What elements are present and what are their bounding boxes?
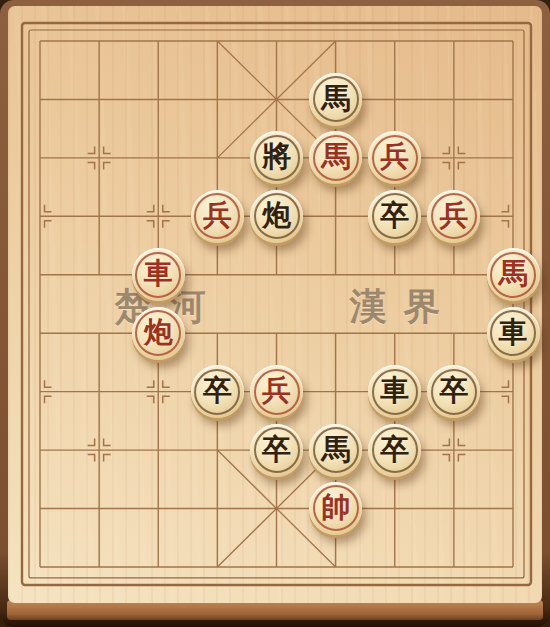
board-intersection: 兵	[188, 187, 247, 245]
piece-glyph: 卒	[380, 201, 409, 230]
piece-glyph: 車	[380, 376, 409, 405]
piece-glyph: 卒	[380, 435, 409, 464]
piece-glyph: 帥	[321, 493, 350, 522]
piece-glyph: 馬	[321, 84, 350, 113]
piece-black-horse[interactable]: 馬	[309, 73, 362, 126]
board-intersection: 卒	[188, 362, 247, 420]
piece-glyph: 卒	[262, 435, 291, 464]
piece-glyph: 車	[144, 259, 173, 288]
piece-black-soldier[interactable]: 卒	[368, 190, 421, 243]
piece-glyph: 馬	[321, 435, 350, 464]
piece-red-soldier[interactable]: 兵	[250, 365, 303, 418]
board-intersection: 馬	[306, 70, 365, 128]
piece-red-soldier[interactable]: 兵	[427, 190, 480, 243]
piece-glyph: 兵	[203, 201, 232, 230]
piece-red-cannon[interactable]: 炮	[132, 307, 185, 360]
piece-red-soldier[interactable]: 兵	[368, 131, 421, 184]
board-intersection: 卒	[424, 362, 483, 420]
board-intersection: 卒	[365, 421, 424, 479]
piece-red-horse[interactable]: 馬	[309, 131, 362, 184]
board-intersection: 車	[483, 304, 542, 362]
piece-red-general[interactable]: 帥	[309, 482, 362, 535]
piece-glyph: 炮	[144, 318, 173, 347]
piece-glyph: 卒	[439, 376, 468, 405]
board-intersection: 兵	[424, 187, 483, 245]
board-intersection: 車	[129, 246, 188, 304]
piece-black-soldier[interactable]: 卒	[250, 424, 303, 477]
piece-glyph: 馬	[499, 259, 528, 288]
board-intersection: 炮	[247, 187, 306, 245]
piece-black-chariot[interactable]: 車	[368, 365, 421, 418]
piece-red-chariot[interactable]: 車	[132, 248, 185, 301]
board-intersection: 馬	[306, 421, 365, 479]
board-intersection: 帥	[306, 479, 365, 537]
piece-black-soldier[interactable]: 卒	[368, 424, 421, 477]
piece-black-soldier[interactable]: 卒	[427, 365, 480, 418]
piece-black-chariot[interactable]: 車	[487, 307, 540, 360]
piece-glyph: 炮	[262, 201, 291, 230]
board-intersection: 將	[247, 129, 306, 187]
piece-red-soldier[interactable]: 兵	[191, 190, 244, 243]
piece-glyph: 兵	[380, 142, 409, 171]
board-intersection: 卒	[365, 187, 424, 245]
pieces-layer: 馬將馬兵兵炮卒兵車馬炮車卒兵車卒卒馬卒帥	[10, 12, 542, 596]
board-intersection: 馬	[306, 129, 365, 187]
board-intersection: 兵	[247, 362, 306, 420]
board-intersection: 馬	[483, 246, 542, 304]
piece-glyph: 兵	[262, 376, 291, 405]
piece-glyph: 將	[262, 142, 291, 171]
piece-black-soldier[interactable]: 卒	[191, 365, 244, 418]
board-intersection: 炮	[129, 304, 188, 362]
board-intersection: 卒	[247, 421, 306, 479]
board-intersection: 車	[365, 362, 424, 420]
board-intersection: 兵	[365, 129, 424, 187]
piece-glyph: 卒	[203, 376, 232, 405]
piece-red-horse[interactable]: 馬	[487, 248, 540, 301]
xiangqi-board: 楚河 漢界 馬將馬兵兵炮卒兵車馬炮車卒兵車卒卒馬卒帥	[0, 0, 550, 627]
piece-black-horse[interactable]: 馬	[309, 424, 362, 477]
piece-glyph: 馬	[321, 142, 350, 171]
piece-glyph: 兵	[439, 201, 468, 230]
piece-black-general[interactable]: 將	[250, 131, 303, 184]
piece-black-cannon[interactable]: 炮	[250, 190, 303, 243]
piece-glyph: 車	[499, 318, 528, 347]
